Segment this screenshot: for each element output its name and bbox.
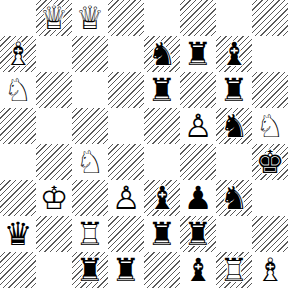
- square-d7[interactable]: [108, 36, 144, 72]
- square-h5[interactable]: ♞♘: [252, 108, 288, 144]
- piece-glyph: ♝: [144, 180, 180, 216]
- piece-glyph: ♗: [0, 36, 36, 72]
- piece-glyph: ♙: [180, 108, 216, 144]
- piece-black-rook: ♜♜: [144, 216, 180, 252]
- square-d1[interactable]: ♜♜: [108, 252, 144, 288]
- piece-white-queen: ♛♕: [72, 0, 108, 36]
- piece-black-rook: ♜♜: [108, 252, 144, 288]
- square-f3[interactable]: ♟♟: [180, 180, 216, 216]
- piece-white-pawn: ♟♙: [108, 180, 144, 216]
- piece-glyph: ♜: [108, 252, 144, 288]
- square-a6[interactable]: ♞♘: [0, 72, 36, 108]
- square-h3[interactable]: [252, 180, 288, 216]
- square-c7[interactable]: [72, 36, 108, 72]
- square-a1[interactable]: [0, 252, 36, 288]
- piece-glyph: ♙: [108, 180, 144, 216]
- square-e2[interactable]: ♜♜: [144, 216, 180, 252]
- piece-white-knight: ♞♘: [252, 108, 288, 144]
- piece-black-rook: ♜♜: [180, 36, 216, 72]
- square-a4[interactable]: [0, 144, 36, 180]
- square-e3[interactable]: ♝♝: [144, 180, 180, 216]
- piece-fill: ♝: [180, 252, 216, 288]
- piece-white-knight: ♞♘: [72, 144, 108, 180]
- square-h2[interactable]: [252, 216, 288, 252]
- square-g7[interactable]: ♝♝: [216, 36, 252, 72]
- square-b6[interactable]: [36, 72, 72, 108]
- piece-fill: ♝: [252, 252, 288, 288]
- piece-white-knight: ♞♘: [0, 72, 36, 108]
- square-h7[interactable]: [252, 36, 288, 72]
- piece-black-pawn: ♟♟: [180, 180, 216, 216]
- piece-black-bishop: ♝♝: [144, 180, 180, 216]
- piece-glyph: ♘: [252, 108, 288, 144]
- piece-white-bishop: ♝♗: [0, 36, 36, 72]
- square-c1[interactable]: ♜♜: [72, 252, 108, 288]
- square-h1[interactable]: ♝♗: [252, 252, 288, 288]
- piece-fill: ♛: [0, 216, 36, 252]
- square-g8[interactable]: [216, 0, 252, 36]
- piece-fill: ♞: [216, 180, 252, 216]
- square-a5[interactable]: [0, 108, 36, 144]
- piece-glyph: ♟: [180, 180, 216, 216]
- piece-fill: ♜: [180, 216, 216, 252]
- piece-fill: ♜: [180, 36, 216, 72]
- square-d3[interactable]: ♟♙: [108, 180, 144, 216]
- square-b4[interactable]: [36, 144, 72, 180]
- piece-white-rook: ♜♖: [216, 252, 252, 288]
- square-c2[interactable]: ♜♖: [72, 216, 108, 252]
- piece-fill: ♞: [72, 144, 108, 180]
- square-h4[interactable]: ♚♚: [252, 144, 288, 180]
- piece-fill: ♟: [180, 108, 216, 144]
- piece-fill: ♞: [216, 108, 252, 144]
- piece-black-rook: ♜♜: [180, 216, 216, 252]
- piece-fill: ♜: [216, 72, 252, 108]
- piece-glyph: ♘: [72, 144, 108, 180]
- piece-fill: ♜: [144, 216, 180, 252]
- square-e6[interactable]: ♜♜: [144, 72, 180, 108]
- piece-fill: ♞: [0, 72, 36, 108]
- piece-glyph: ♔: [36, 180, 72, 216]
- square-a8[interactable]: [0, 0, 36, 36]
- square-g4[interactable]: [216, 144, 252, 180]
- piece-glyph: ♚: [252, 144, 288, 180]
- piece-black-knight: ♞♞: [216, 180, 252, 216]
- piece-black-knight: ♞♞: [144, 36, 180, 72]
- piece-glyph: ♝: [180, 252, 216, 288]
- square-e4[interactable]: [144, 144, 180, 180]
- piece-fill: ♛: [72, 0, 108, 36]
- piece-fill: ♚: [252, 144, 288, 180]
- piece-glyph: ♞: [216, 108, 252, 144]
- piece-glyph: ♞: [216, 180, 252, 216]
- square-d6[interactable]: [108, 72, 144, 108]
- piece-glyph: ♜: [72, 252, 108, 288]
- piece-fill: ♚: [36, 180, 72, 216]
- piece-black-bishop: ♝♝: [180, 252, 216, 288]
- piece-white-bishop: ♝♗: [252, 252, 288, 288]
- piece-glyph: ♞: [144, 36, 180, 72]
- piece-fill: ♟: [108, 180, 144, 216]
- piece-fill: ♞: [252, 108, 288, 144]
- chess-board: ♛♕♛♕♝♗♞♞♜♜♝♝♞♘♜♜♜♜♟♙♞♞♞♘♞♘♚♚♚♔♟♙♝♝♟♟♞♞♛♛…: [0, 0, 288, 288]
- piece-fill: ♛: [36, 0, 72, 36]
- piece-black-rook: ♜♜: [72, 252, 108, 288]
- square-a7[interactable]: ♝♗: [0, 36, 36, 72]
- square-g6[interactable]: ♜♜: [216, 72, 252, 108]
- piece-fill: ♜: [108, 252, 144, 288]
- piece-fill: ♝: [144, 180, 180, 216]
- piece-white-king: ♚♔: [36, 180, 72, 216]
- square-f4[interactable]: [180, 144, 216, 180]
- square-d2[interactable]: [108, 216, 144, 252]
- piece-glyph: ♕: [36, 0, 72, 36]
- square-g5[interactable]: ♞♞: [216, 108, 252, 144]
- square-g2[interactable]: [216, 216, 252, 252]
- piece-glyph: ♜: [216, 72, 252, 108]
- square-b3[interactable]: ♚♔: [36, 180, 72, 216]
- square-g1[interactable]: ♜♖: [216, 252, 252, 288]
- piece-glyph: ♕: [72, 0, 108, 36]
- piece-fill: ♞: [144, 36, 180, 72]
- square-b5[interactable]: [36, 108, 72, 144]
- piece-glyph: ♝: [216, 36, 252, 72]
- square-c6[interactable]: [72, 72, 108, 108]
- square-a2[interactable]: ♛♛: [0, 216, 36, 252]
- piece-glyph: ♜: [144, 72, 180, 108]
- square-a3[interactable]: [0, 180, 36, 216]
- square-f2[interactable]: ♜♜: [180, 216, 216, 252]
- piece-glyph: ♖: [216, 252, 252, 288]
- square-c8[interactable]: ♛♕: [72, 0, 108, 36]
- square-b8[interactable]: ♛♕: [36, 0, 72, 36]
- piece-glyph: ♖: [72, 216, 108, 252]
- square-b1[interactable]: [36, 252, 72, 288]
- square-d8[interactable]: [108, 0, 144, 36]
- square-c3[interactable]: [72, 180, 108, 216]
- piece-black-king: ♚♚: [252, 144, 288, 180]
- piece-fill: ♝: [216, 36, 252, 72]
- piece-white-queen: ♛♕: [36, 0, 72, 36]
- piece-white-rook: ♜♖: [72, 216, 108, 252]
- piece-glyph: ♜: [144, 216, 180, 252]
- square-b2[interactable]: [36, 216, 72, 252]
- square-e7[interactable]: ♞♞: [144, 36, 180, 72]
- piece-glyph: ♗: [252, 252, 288, 288]
- piece-black-rook: ♜♜: [216, 72, 252, 108]
- square-h6[interactable]: [252, 72, 288, 108]
- piece-white-pawn: ♟♙: [180, 108, 216, 144]
- piece-fill: ♜: [216, 252, 252, 288]
- piece-glyph: ♜: [180, 216, 216, 252]
- square-f5[interactable]: ♟♙: [180, 108, 216, 144]
- piece-glyph: ♜: [180, 36, 216, 72]
- piece-glyph: ♛: [0, 216, 36, 252]
- square-e8[interactable]: [144, 0, 180, 36]
- piece-glyph: ♘: [0, 72, 36, 108]
- piece-fill: ♜: [144, 72, 180, 108]
- square-f1[interactable]: ♝♝: [180, 252, 216, 288]
- square-f6[interactable]: [180, 72, 216, 108]
- piece-black-bishop: ♝♝: [216, 36, 252, 72]
- square-e5[interactable]: [144, 108, 180, 144]
- piece-fill: ♜: [72, 216, 108, 252]
- square-d5[interactable]: [108, 108, 144, 144]
- square-f7[interactable]: ♜♜: [180, 36, 216, 72]
- piece-fill: ♝: [0, 36, 36, 72]
- square-e1[interactable]: [144, 252, 180, 288]
- piece-fill: ♜: [72, 252, 108, 288]
- square-c5[interactable]: [72, 108, 108, 144]
- square-b7[interactable]: [36, 36, 72, 72]
- square-d4[interactable]: [108, 144, 144, 180]
- square-f8[interactable]: [180, 0, 216, 36]
- piece-fill: ♟: [180, 180, 216, 216]
- piece-black-knight: ♞♞: [216, 108, 252, 144]
- piece-black-queen: ♛♛: [0, 216, 36, 252]
- square-h8[interactable]: [252, 0, 288, 36]
- square-g3[interactable]: ♞♞: [216, 180, 252, 216]
- piece-black-rook: ♜♜: [144, 72, 180, 108]
- square-c4[interactable]: ♞♘: [72, 144, 108, 180]
